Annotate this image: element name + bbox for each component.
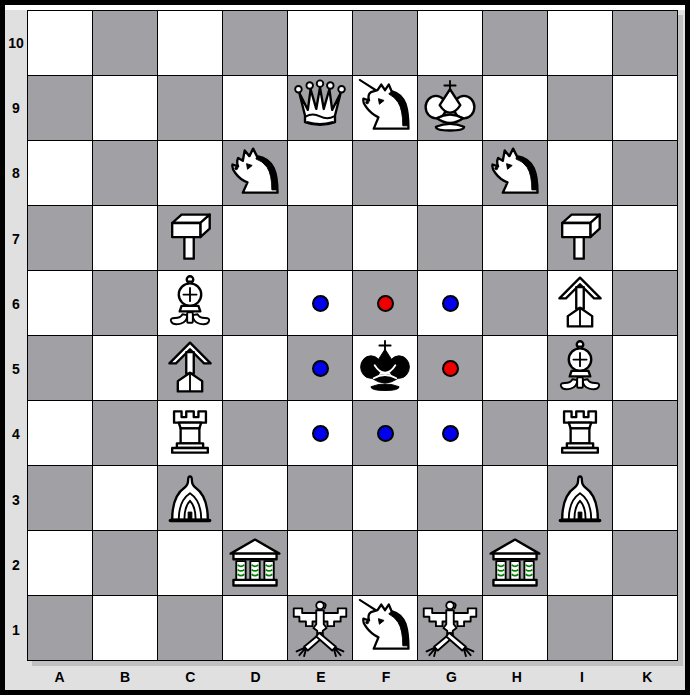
- square-b7[interactable]: [93, 206, 157, 270]
- file-label-b: B: [92, 666, 157, 688]
- square-f2[interactable]: [353, 531, 417, 595]
- square-h3[interactable]: [483, 466, 547, 530]
- square-f1[interactable]: [353, 596, 417, 660]
- square-e7[interactable]: [288, 206, 352, 270]
- move-marker-blue[interactable]: [442, 295, 459, 312]
- square-c5[interactable]: [158, 336, 222, 400]
- square-f10[interactable]: [353, 11, 417, 75]
- square-d2[interactable]: [223, 531, 287, 595]
- square-e2[interactable]: [288, 531, 352, 595]
- white-dome-piece[interactable]: [160, 468, 220, 528]
- square-f5[interactable]: [353, 336, 417, 400]
- white-bishop-piece[interactable]: [160, 273, 220, 333]
- square-h4[interactable]: [483, 401, 547, 465]
- square-i1[interactable]: [548, 596, 612, 660]
- square-a1[interactable]: [28, 596, 92, 660]
- square-f9[interactable]: [353, 76, 417, 140]
- square-e10[interactable]: [288, 11, 352, 75]
- square-e9[interactable]: [288, 76, 352, 140]
- white-eagle-piece[interactable]: [420, 598, 480, 658]
- square-b8[interactable]: [93, 141, 157, 205]
- white-eagle-piece[interactable]: [290, 598, 350, 658]
- square-c9[interactable]: [158, 76, 222, 140]
- square-f7[interactable]: [353, 206, 417, 270]
- square-d6[interactable]: [223, 271, 287, 335]
- square-i8[interactable]: [548, 141, 612, 205]
- rank-label-3: 3: [5, 467, 27, 532]
- white-hammer-piece[interactable]: [160, 208, 220, 268]
- white-temple-piece[interactable]: [225, 533, 285, 593]
- white-knight-piece[interactable]: [485, 143, 545, 203]
- white-rook-piece[interactable]: [160, 403, 220, 463]
- white-bishop-piece[interactable]: [550, 338, 610, 398]
- square-b4[interactable]: [93, 401, 157, 465]
- square-c1[interactable]: [158, 596, 222, 660]
- square-f3[interactable]: [353, 466, 417, 530]
- rank-label-10: 10: [5, 10, 27, 75]
- square-i2[interactable]: [548, 531, 612, 595]
- square-g3[interactable]: [418, 466, 482, 530]
- square-i9[interactable]: [548, 76, 612, 140]
- square-k4[interactable]: [613, 401, 677, 465]
- file-labels: ABCDEFGHIK: [27, 666, 680, 688]
- square-b10[interactable]: [93, 11, 157, 75]
- square-e3[interactable]: [288, 466, 352, 530]
- square-i3[interactable]: [548, 466, 612, 530]
- white-temple-piece[interactable]: [485, 533, 545, 593]
- black-king-piece[interactable]: [355, 338, 415, 398]
- square-h9[interactable]: [483, 76, 547, 140]
- file-label-d: D: [223, 666, 288, 688]
- square-d7[interactable]: [223, 206, 287, 270]
- rank-label-8: 8: [5, 141, 27, 206]
- square-d5[interactable]: [223, 336, 287, 400]
- move-marker-blue[interactable]: [442, 425, 459, 442]
- square-b1[interactable]: [93, 596, 157, 660]
- square-f8[interactable]: [353, 141, 417, 205]
- square-h6[interactable]: [483, 271, 547, 335]
- square-a10[interactable]: [28, 11, 92, 75]
- square-i10[interactable]: [548, 11, 612, 75]
- rank-label-6: 6: [5, 271, 27, 336]
- rank-label-2: 2: [5, 532, 27, 597]
- square-g6[interactable]: [418, 271, 482, 335]
- square-d3[interactable]: [223, 466, 287, 530]
- file-label-h: H: [484, 666, 549, 688]
- square-c7[interactable]: [158, 206, 222, 270]
- square-h7[interactable]: [483, 206, 547, 270]
- file-label-f: F: [354, 666, 419, 688]
- square-b2[interactable]: [93, 531, 157, 595]
- rank-label-1: 1: [5, 598, 27, 663]
- file-label-i: I: [549, 666, 614, 688]
- square-g9[interactable]: [418, 76, 482, 140]
- move-marker-blue[interactable]: [312, 425, 329, 442]
- white-unicorn-piece[interactable]: [355, 78, 415, 138]
- white-unicorn-piece[interactable]: [355, 598, 415, 658]
- square-a5[interactable]: [28, 336, 92, 400]
- rank-label-7: 7: [5, 206, 27, 271]
- square-a2[interactable]: [28, 531, 92, 595]
- square-e8[interactable]: [288, 141, 352, 205]
- board-panel: 10987654321 ABCDEFGHIK: [5, 5, 685, 690]
- square-i7[interactable]: [548, 206, 612, 270]
- rank-label-4: 4: [5, 402, 27, 467]
- square-h5[interactable]: [483, 336, 547, 400]
- square-e1[interactable]: [288, 596, 352, 660]
- square-b5[interactable]: [93, 336, 157, 400]
- square-a3[interactable]: [28, 466, 92, 530]
- square-k9[interactable]: [613, 76, 677, 140]
- square-k1[interactable]: [613, 596, 677, 660]
- square-k8[interactable]: [613, 141, 677, 205]
- square-d4[interactable]: [223, 401, 287, 465]
- rank-labels: 10987654321: [5, 10, 27, 663]
- square-g8[interactable]: [418, 141, 482, 205]
- square-d9[interactable]: [223, 76, 287, 140]
- square-a4[interactable]: [28, 401, 92, 465]
- square-a9[interactable]: [28, 76, 92, 140]
- file-label-k: K: [615, 666, 680, 688]
- square-h10[interactable]: [483, 11, 547, 75]
- square-c3[interactable]: [158, 466, 222, 530]
- move-marker-blue[interactable]: [312, 295, 329, 312]
- square-h2[interactable]: [483, 531, 547, 595]
- square-g4[interactable]: [418, 401, 482, 465]
- rank-label-5: 5: [5, 337, 27, 402]
- game-window: 10987654321 ABCDEFGHIK: [0, 0, 690, 695]
- square-b6[interactable]: [93, 271, 157, 335]
- square-b3[interactable]: [93, 466, 157, 530]
- square-f6[interactable]: [353, 271, 417, 335]
- square-d1[interactable]: [223, 596, 287, 660]
- rank-label-9: 9: [5, 75, 27, 140]
- square-e5[interactable]: [288, 336, 352, 400]
- file-label-c: C: [158, 666, 223, 688]
- square-i6[interactable]: [548, 271, 612, 335]
- file-label-a: A: [27, 666, 92, 688]
- square-i4[interactable]: [548, 401, 612, 465]
- white-arrow-piece[interactable]: [550, 273, 610, 333]
- white-arrow-piece[interactable]: [160, 338, 220, 398]
- square-k2[interactable]: [613, 531, 677, 595]
- white-knight-piece[interactable]: [225, 143, 285, 203]
- white-king-piece[interactable]: [420, 78, 480, 138]
- square-k10[interactable]: [613, 11, 677, 75]
- square-a7[interactable]: [28, 206, 92, 270]
- square-c4[interactable]: [158, 401, 222, 465]
- square-g5[interactable]: [418, 336, 482, 400]
- square-c6[interactable]: [158, 271, 222, 335]
- square-g10[interactable]: [418, 11, 482, 75]
- square-b9[interactable]: [93, 76, 157, 140]
- white-dome-piece[interactable]: [550, 468, 610, 528]
- square-g7[interactable]: [418, 206, 482, 270]
- square-k7[interactable]: [613, 206, 677, 270]
- white-rook-piece[interactable]: [550, 403, 610, 463]
- square-h1[interactable]: [483, 596, 547, 660]
- square-d8[interactable]: [223, 141, 287, 205]
- square-g1[interactable]: [418, 596, 482, 660]
- file-label-e: E: [288, 666, 353, 688]
- board[interactable]: [27, 10, 678, 661]
- square-d10[interactable]: [223, 11, 287, 75]
- square-k6[interactable]: [613, 271, 677, 335]
- square-a8[interactable]: [28, 141, 92, 205]
- square-g2[interactable]: [418, 531, 482, 595]
- square-a6[interactable]: [28, 271, 92, 335]
- move-marker-red[interactable]: [442, 360, 459, 377]
- square-h8[interactable]: [483, 141, 547, 205]
- file-label-g: G: [419, 666, 484, 688]
- square-i5[interactable]: [548, 336, 612, 400]
- move-marker-blue[interactable]: [312, 360, 329, 377]
- white-hammer-piece[interactable]: [550, 208, 610, 268]
- square-e4[interactable]: [288, 401, 352, 465]
- square-c10[interactable]: [158, 11, 222, 75]
- square-c8[interactable]: [158, 141, 222, 205]
- square-k3[interactable]: [613, 466, 677, 530]
- white-queen-piece[interactable]: [290, 78, 350, 138]
- square-c2[interactable]: [158, 531, 222, 595]
- square-k5[interactable]: [613, 336, 677, 400]
- move-marker-red[interactable]: [377, 295, 394, 312]
- square-e6[interactable]: [288, 271, 352, 335]
- move-marker-blue[interactable]: [377, 425, 394, 442]
- square-f4[interactable]: [353, 401, 417, 465]
